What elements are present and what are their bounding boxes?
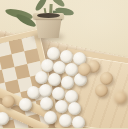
checkers-piece-white[interactable] xyxy=(53,61,66,74)
checkers-piece-wood[interactable] xyxy=(114,91,127,104)
checkers-piece-wood[interactable] xyxy=(78,63,91,76)
checkers-piece-white[interactable] xyxy=(35,71,48,84)
checkers-piece-wood[interactable] xyxy=(95,84,108,97)
checkers-piece-white[interactable] xyxy=(39,84,52,97)
checkers-piece-wood[interactable] xyxy=(100,72,113,85)
checkers-piece-white[interactable] xyxy=(72,116,85,129)
checkers-scene xyxy=(0,0,128,128)
checkers-piece-white[interactable] xyxy=(52,87,65,100)
plant-soil xyxy=(37,13,60,18)
checkers-piece-white[interactable] xyxy=(40,97,53,110)
checkers-piece-white[interactable] xyxy=(19,98,32,111)
checkers-piece-white[interactable] xyxy=(65,90,78,103)
checkers-piece-white[interactable] xyxy=(55,100,68,113)
checkers-piece-white[interactable] xyxy=(0,112,9,125)
checkers-piece-white[interactable] xyxy=(48,73,61,86)
checkers-piece-white[interactable] xyxy=(27,86,40,99)
checkers-piece-white[interactable] xyxy=(59,114,72,127)
checkers-piece-white[interactable] xyxy=(61,76,74,89)
checkers-piece-white[interactable] xyxy=(44,111,57,124)
checkers-piece-wood[interactable] xyxy=(2,95,15,108)
checkers-piece-white[interactable] xyxy=(68,102,81,115)
checkers-piece-white[interactable] xyxy=(47,47,60,60)
checkers-piece-white[interactable] xyxy=(41,59,54,72)
